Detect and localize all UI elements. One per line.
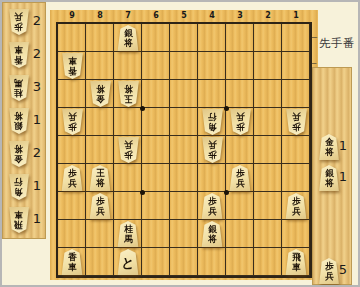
piece-glyph: 将 [325,178,334,188]
piece-8-3[interactable]: 金将 [89,81,112,107]
file-label-5: 5 [170,10,198,22]
piece-glyph: 飛 [292,252,301,262]
piece-glyph: 香 [68,66,77,76]
piece-glyph: 将 [325,147,334,157]
cell-8-1[interactable] [86,24,114,52]
cell-1-1[interactable] [282,24,310,52]
piece-glyph: 銀 [15,121,24,131]
piece-1-7[interactable]: 歩兵 [285,193,308,219]
piece-4-4[interactable]: 角行 [201,109,224,135]
gote-hand-piece[interactable]: 角行 [8,174,30,200]
cell-5-4[interactable] [170,108,198,136]
piece-glyph: 銀 [325,168,334,178]
cell-3-5[interactable] [226,136,254,164]
piece-glyph: 飛 [15,220,24,230]
gote-hand-piece[interactable]: 飛車 [8,207,30,233]
cell-3-2[interactable] [226,52,254,80]
cell-6-4[interactable] [142,108,170,136]
cell-4-6[interactable] [198,164,226,192]
cell-6-2[interactable] [142,52,170,80]
piece-glyph: 兵 [15,12,24,22]
cell-5-9[interactable] [170,248,198,276]
cell-7-7[interactable] [114,192,142,220]
gote-hand-count: 2 [31,145,43,160]
piece-glyph: 歩 [325,261,334,271]
piece-glyph: 車 [15,210,24,220]
piece-glyph: 兵 [68,178,77,188]
piece-glyph: 香 [68,252,77,262]
gote-hand-slot: 歩兵2 [3,8,45,38]
piece-glyph: 銀 [208,224,217,234]
cell-5-7[interactable] [170,192,198,220]
piece-3-6[interactable]: 歩兵 [229,165,252,191]
piece-glyph: 兵 [96,206,105,216]
shogi-board: 987654321 一二三四五六七八九 銀将香車金将玉将歩兵角行歩兵歩兵歩兵歩兵… [50,10,318,280]
sente-hand-slot: 銀将1 [313,164,351,194]
piece-glyph: 桂 [124,224,133,234]
file-label-7: 7 [114,10,142,22]
piece-8-7[interactable]: 歩兵 [89,193,112,219]
cell-5-1[interactable] [170,24,198,52]
cell-7-2[interactable] [114,52,142,80]
cell-2-5[interactable] [254,136,282,164]
gote-hand-count: 1 [31,178,43,193]
cell-2-3[interactable] [254,80,282,108]
cell-2-9[interactable] [254,248,282,276]
shogi-app-window: 歩兵2香車2桂馬3銀将1金将2角行1飛車1 987654321 一二三四五六七八… [0,0,360,287]
cell-2-4[interactable] [254,108,282,136]
cell-5-8[interactable] [170,220,198,248]
file-label-9: 9 [58,10,86,22]
cell-1-3[interactable] [282,80,310,108]
piece-glyph: 兵 [325,271,334,281]
piece-4-8[interactable]: 銀将 [201,221,224,247]
cell-5-6[interactable] [170,164,198,192]
piece-glyph: 角 [15,187,24,197]
cell-1-2[interactable] [282,52,310,80]
piece-glyph: 車 [68,262,77,272]
cell-5-2[interactable] [170,52,198,80]
cell-6-9[interactable] [142,248,170,276]
piece-glyph: 将 [208,234,217,244]
cell-1-8[interactable] [282,220,310,248]
cell-9-1[interactable] [58,24,86,52]
piece-glyph: 将 [96,178,105,188]
piece-glyph: 馬 [15,78,24,88]
turn-indicator: 先手番 [314,36,360,51]
piece-glyph: 兵 [68,112,77,122]
cell-1-6[interactable] [282,164,310,192]
piece-glyph: 行 [15,177,24,187]
file-label-8: 8 [86,10,114,22]
cell-6-7[interactable] [142,192,170,220]
cell-6-6[interactable] [142,164,170,192]
cell-6-8[interactable] [142,220,170,248]
cell-4-3[interactable] [198,80,226,108]
cell-3-1[interactable] [226,24,254,52]
file-label-3: 3 [226,10,254,22]
piece-glyph: 金 [15,154,24,164]
piece-glyph: 将 [15,111,24,121]
sente-hand-slot: 歩兵5 [313,257,351,287]
piece-9-6[interactable]: 歩兵 [61,165,84,191]
piece-1-9[interactable]: 飛車 [285,249,308,275]
gote-hand-count: 1 [31,211,43,226]
piece-glyph: 兵 [208,140,217,150]
gote-hand-slot: 銀将1 [3,107,45,137]
board-grid [56,22,312,278]
piece-glyph: 兵 [292,112,301,122]
piece-3-4[interactable]: 歩兵 [229,109,252,135]
piece-1-4[interactable]: 歩兵 [285,109,308,135]
gote-hand-piece[interactable]: 香車 [8,42,30,68]
piece-glyph: 歩 [292,122,301,132]
cell-4-1[interactable] [198,24,226,52]
gote-hand-count: 1 [31,112,43,127]
gote-hand-count: 2 [31,13,43,28]
piece-glyph: 香 [15,55,24,65]
cell-9-5[interactable] [58,136,86,164]
piece-glyph: 桂 [15,88,24,98]
sente-hand-count: 1 [337,169,349,184]
piece-glyph: 兵 [292,206,301,216]
cell-9-8[interactable] [58,220,86,248]
cell-7-4[interactable] [114,108,142,136]
gote-hand-slot: 角行1 [3,173,45,203]
piece-7-5[interactable]: 歩兵 [117,137,140,163]
piece-7-3[interactable]: 玉将 [117,81,140,107]
cell-8-5[interactable] [86,136,114,164]
cell-6-3[interactable] [142,80,170,108]
cell-4-2[interactable] [198,52,226,80]
cell-7-6[interactable] [114,164,142,192]
piece-glyph: 兵 [236,178,245,188]
gote-hand-count: 3 [31,79,43,94]
sente-hand-count: 5 [337,262,349,277]
piece-glyph: 歩 [208,196,217,206]
cell-6-1[interactable] [142,24,170,52]
file-label-6: 6 [142,10,170,22]
piece-glyph: 将 [96,84,105,94]
piece-glyph: 歩 [68,122,77,132]
piece-glyph: 兵 [236,112,245,122]
piece-glyph: 金 [96,94,105,104]
piece-glyph: 歩 [68,168,77,178]
cell-1-5[interactable] [282,136,310,164]
gote-hand-piece[interactable]: 歩兵 [8,9,30,35]
piece-9-9[interactable]: 香車 [61,249,84,275]
cell-9-3[interactable] [58,80,86,108]
cell-2-1[interactable] [254,24,282,52]
file-label-1: 1 [282,10,310,22]
cell-5-5[interactable] [170,136,198,164]
cell-8-8[interactable] [86,220,114,248]
piece-glyph: 歩 [96,196,105,206]
cell-8-9[interactable] [86,248,114,276]
piece-glyph: 玉 [124,94,133,104]
piece-glyph: 兵 [208,206,217,216]
piece-glyph: 車 [15,45,24,55]
gote-hand-piece[interactable]: 桂馬 [8,75,30,101]
cell-3-7[interactable] [226,192,254,220]
cell-3-8[interactable] [226,220,254,248]
piece-7-9[interactable]: と [117,249,140,275]
star-point [140,190,145,195]
sente-hand-slot: 金将1 [313,133,351,163]
piece-glyph: 歩 [124,150,133,160]
piece-glyph: 歩 [292,196,301,206]
cell-3-3[interactable] [226,80,254,108]
cell-2-7[interactable] [254,192,282,220]
gote-hand-tray: 歩兵2香車2桂馬3銀将1金将2角行1飛車1 [2,2,46,239]
cell-2-2[interactable] [254,52,282,80]
piece-7-8[interactable]: 桂馬 [117,221,140,247]
cell-4-9[interactable] [198,248,226,276]
piece-glyph: 将 [124,84,133,94]
gote-hand-piece[interactable]: 銀将 [8,108,30,134]
star-point [224,106,229,111]
piece-8-6[interactable]: 王将 [89,165,112,191]
piece-glyph: 歩 [236,168,245,178]
piece-glyph: 将 [124,38,133,48]
cell-8-2[interactable] [86,52,114,80]
sente-hand-count: 1 [337,138,349,153]
cell-5-3[interactable] [170,80,198,108]
file-label-4: 4 [198,10,226,22]
star-point [140,106,145,111]
piece-glyph: 歩 [236,122,245,132]
piece-9-4[interactable]: 歩兵 [61,109,84,135]
piece-glyph: 将 [15,144,24,154]
piece-glyph: 兵 [124,140,133,150]
star-point [224,190,229,195]
piece-glyph: 車 [68,56,77,66]
piece-glyph: 王 [96,168,105,178]
gote-hand-count: 2 [31,46,43,61]
piece-glyph: 角 [208,122,217,132]
cell-2-6[interactable] [254,164,282,192]
piece-glyph: 馬 [124,234,133,244]
gote-hand-piece[interactable]: 金将 [8,141,30,167]
piece-9-2[interactable]: 香車 [61,53,84,79]
piece-glyph: と [121,255,134,270]
gote-hand-slot: 金将2 [3,140,45,170]
cell-6-5[interactable] [142,136,170,164]
gote-hand-slot: 桂馬3 [3,74,45,104]
cell-9-7[interactable] [58,192,86,220]
gote-hand-slot: 香車2 [3,41,45,71]
cell-8-4[interactable] [86,108,114,136]
file-label-2: 2 [254,10,282,22]
piece-glyph: 歩 [208,150,217,160]
piece-7-1[interactable]: 銀将 [117,25,140,51]
piece-4-7[interactable]: 歩兵 [201,193,224,219]
piece-glyph: 銀 [124,28,133,38]
gote-hand-slot: 飛車1 [3,206,45,236]
piece-glyph: 車 [292,262,301,272]
sente-hand-tray: 金将1銀将1歩兵5 [312,67,352,285]
piece-glyph: 行 [208,112,217,122]
cell-2-8[interactable] [254,220,282,248]
piece-glyph: 金 [325,137,334,147]
piece-4-5[interactable]: 歩兵 [201,137,224,163]
cell-3-9[interactable] [226,248,254,276]
piece-glyph: 歩 [15,22,24,32]
